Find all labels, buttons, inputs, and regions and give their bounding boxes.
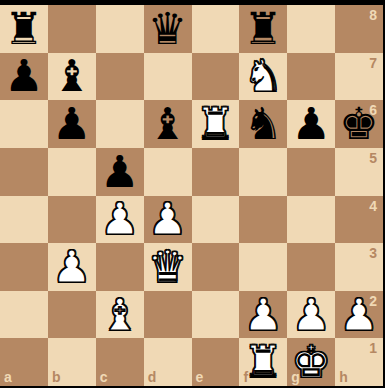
square-c8[interactable] [96, 5, 144, 53]
square-c5[interactable]: ♟ [96, 148, 144, 196]
file-label-e: e [196, 370, 204, 384]
square-e6[interactable]: ♜ [192, 100, 240, 148]
file-label-a: a [4, 370, 12, 384]
square-a5[interactable] [0, 148, 48, 196]
square-e3[interactable] [192, 243, 240, 291]
square-h1[interactable]: 1h [335, 338, 383, 386]
square-b1[interactable]: b [48, 338, 96, 386]
square-d1[interactable]: d [144, 338, 192, 386]
piece-white-pawn[interactable]: ♟ [339, 293, 378, 337]
square-h8[interactable]: 8 [335, 5, 383, 53]
piece-white-pawn[interactable]: ♟ [148, 197, 187, 241]
piece-black-queen[interactable]: ♛ [148, 7, 187, 51]
square-g8[interactable] [287, 5, 335, 53]
square-b2[interactable] [48, 291, 96, 339]
square-d2[interactable] [144, 291, 192, 339]
piece-black-rook[interactable]: ♜ [4, 7, 43, 51]
piece-black-king[interactable]: ♚ [339, 102, 378, 146]
piece-white-bishop[interactable]: ♝ [100, 293, 139, 337]
piece-black-knight[interactable]: ♞ [244, 102, 283, 146]
piece-white-pawn[interactable]: ♟ [244, 293, 283, 337]
square-e1[interactable]: e [192, 338, 240, 386]
square-b7[interactable]: ♝ [48, 53, 96, 101]
file-label-d: d [148, 370, 157, 384]
square-g4[interactable] [287, 196, 335, 244]
piece-black-pawn[interactable]: ♟ [100, 150, 139, 194]
square-d4[interactable]: ♟ [144, 196, 192, 244]
square-h3[interactable]: 3 [335, 243, 383, 291]
square-a8[interactable]: ♜ [0, 5, 48, 53]
piece-black-bishop[interactable]: ♝ [148, 102, 187, 146]
square-e4[interactable] [192, 196, 240, 244]
square-d6[interactable]: ♝ [144, 100, 192, 148]
rank-label-1: 1 [369, 341, 377, 355]
piece-white-rook[interactable]: ♜ [244, 340, 283, 384]
file-label-h: h [339, 370, 348, 384]
square-e8[interactable] [192, 5, 240, 53]
square-d3[interactable]: ♛ [144, 243, 192, 291]
square-f8[interactable]: ♜ [239, 5, 287, 53]
piece-black-pawn[interactable]: ♟ [52, 102, 91, 146]
piece-white-pawn[interactable]: ♟ [100, 197, 139, 241]
square-c6[interactable] [96, 100, 144, 148]
rank-label-4: 4 [369, 199, 377, 213]
square-f1[interactable]: f♜ [239, 338, 287, 386]
square-g6[interactable]: ♟ [287, 100, 335, 148]
piece-black-bishop[interactable]: ♝ [52, 54, 91, 98]
square-h2[interactable]: 2♟ [335, 291, 383, 339]
square-h7[interactable]: 7 [335, 53, 383, 101]
square-c4[interactable]: ♟ [96, 196, 144, 244]
rank-label-3: 3 [369, 246, 377, 260]
square-c7[interactable] [96, 53, 144, 101]
square-f7[interactable]: ♞ [239, 53, 287, 101]
square-a3[interactable] [0, 243, 48, 291]
square-g1[interactable]: g♚ [287, 338, 335, 386]
square-a2[interactable] [0, 291, 48, 339]
rank-label-5: 5 [369, 151, 377, 165]
piece-black-pawn[interactable]: ♟ [4, 54, 43, 98]
square-g5[interactable] [287, 148, 335, 196]
square-b8[interactable] [48, 5, 96, 53]
square-e2[interactable] [192, 291, 240, 339]
chess-board-frame: ♜♛♜8♟♝♞7♟♝♜♞♟6♚♟5♟♟4♟♛3♝♟♟2♟abcdef♜g♚1h [0, 0, 385, 388]
square-c1[interactable]: c [96, 338, 144, 386]
square-f5[interactable] [239, 148, 287, 196]
chess-board: ♜♛♜8♟♝♞7♟♝♜♞♟6♚♟5♟♟4♟♛3♝♟♟2♟abcdef♜g♚1h [0, 5, 383, 386]
square-a1[interactable]: a [0, 338, 48, 386]
square-c2[interactable]: ♝ [96, 291, 144, 339]
piece-white-queen[interactable]: ♛ [148, 245, 187, 289]
square-b5[interactable] [48, 148, 96, 196]
square-a6[interactable] [0, 100, 48, 148]
file-label-b: b [52, 370, 61, 384]
square-a4[interactable] [0, 196, 48, 244]
square-d5[interactable] [144, 148, 192, 196]
square-b4[interactable] [48, 196, 96, 244]
square-g7[interactable] [287, 53, 335, 101]
square-b3[interactable]: ♟ [48, 243, 96, 291]
piece-white-knight[interactable]: ♞ [244, 54, 283, 98]
square-d8[interactable]: ♛ [144, 5, 192, 53]
square-a7[interactable]: ♟ [0, 53, 48, 101]
square-e5[interactable] [192, 148, 240, 196]
file-label-c: c [100, 370, 108, 384]
square-f6[interactable]: ♞ [239, 100, 287, 148]
square-h4[interactable]: 4 [335, 196, 383, 244]
piece-white-pawn[interactable]: ♟ [52, 245, 91, 289]
square-e7[interactable] [192, 53, 240, 101]
square-f4[interactable] [239, 196, 287, 244]
square-g3[interactable] [287, 243, 335, 291]
square-d7[interactable] [144, 53, 192, 101]
square-b6[interactable]: ♟ [48, 100, 96, 148]
rank-label-8: 8 [369, 8, 377, 22]
square-h5[interactable]: 5 [335, 148, 383, 196]
piece-black-pawn[interactable]: ♟ [291, 102, 330, 146]
square-h6[interactable]: 6♚ [335, 100, 383, 148]
piece-black-rook[interactable]: ♜ [244, 7, 283, 51]
square-c3[interactable] [96, 243, 144, 291]
piece-white-rook[interactable]: ♜ [196, 102, 235, 146]
piece-white-pawn[interactable]: ♟ [291, 293, 330, 337]
rank-label-7: 7 [369, 56, 377, 70]
piece-white-king[interactable]: ♚ [291, 340, 330, 384]
square-f3[interactable] [239, 243, 287, 291]
square-f2[interactable]: ♟ [239, 291, 287, 339]
square-g2[interactable]: ♟ [287, 291, 335, 339]
